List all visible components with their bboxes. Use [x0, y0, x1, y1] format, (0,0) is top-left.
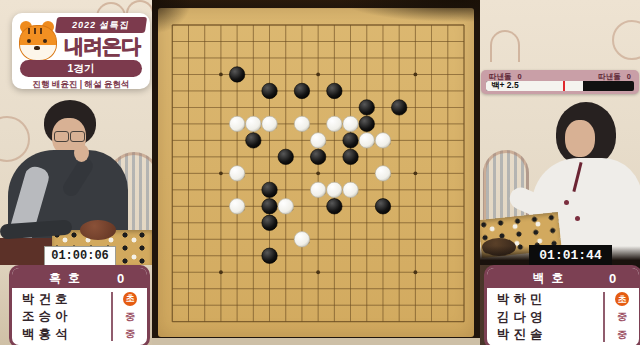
white-captures-value: 0 — [627, 72, 631, 81]
white-player-name: 박진솔 — [497, 328, 601, 341]
white-player-name: 박하민 — [497, 293, 601, 306]
black-player-name: 박건호 — [22, 293, 109, 306]
rank-badge: 초 — [615, 292, 629, 306]
white-captures-label: 따낸돌 — [598, 72, 621, 81]
wall-ring-motif — [0, 116, 30, 162]
white-team-header: 백호 0 — [487, 268, 639, 288]
white-team-panel: 백호 0 박하민 김다영 박진솔 초 중 중 — [484, 265, 640, 345]
left-column: 2022 설특집 내려온다 1경기 진행 배윤진 | 해설 윤현석 01:00:… — [0, 0, 152, 345]
rank-badge: 중 — [125, 310, 135, 324]
white-player-name: 김다영 — [497, 311, 601, 324]
black-team-name: 흑호 — [12, 270, 117, 287]
black-captures-value: 0 — [518, 72, 522, 81]
go-board-grid-and-stones — [152, 0, 480, 345]
show-title: 내려온다 — [56, 33, 148, 60]
black-clock: 01:00:06 — [44, 246, 116, 266]
black-player-name: 조승아 — [22, 310, 109, 323]
black-player-name: 백홍석 — [22, 328, 109, 341]
right-camera-feed — [480, 0, 640, 265]
black-team-header: 흑호 0 — [12, 268, 147, 288]
white-player-face — [565, 120, 595, 157]
black-captures-label: 따낸돌 — [489, 72, 512, 81]
estimate-center-marker — [563, 81, 565, 91]
go-bowl — [80, 220, 116, 240]
tiger-mascot-icon — [19, 21, 55, 61]
white-jacket-accent — [564, 200, 569, 205]
glasses-icon — [54, 131, 69, 142]
estimate-white-segment: 백+ 2.5 — [486, 81, 583, 91]
rank-badge: 중 — [125, 327, 135, 341]
white-jacket-accent — [575, 216, 580, 221]
board-camera-feed — [152, 0, 480, 345]
staff-credits: 진행 배윤진 | 해설 윤현석 — [12, 79, 150, 91]
rank-badge: 중 — [617, 328, 627, 342]
white-team-score: 0 — [609, 271, 639, 286]
estimate-label: 백+ 2.5 — [491, 81, 519, 91]
black-player-hand — [74, 144, 89, 162]
wall-arc-motif — [490, 30, 520, 62]
right-column: 따낸돌0 따낸돌0 백+ 2.5 01:01:44 백호 0 박하민 김다영 박… — [480, 0, 640, 345]
rank-badge: 초 — [123, 292, 137, 306]
black-team-panel: 흑호 0 박건호 조승아 백홍석 초 중 중 — [9, 265, 150, 345]
score-estimate-bar: 백+ 2.5 — [486, 81, 634, 91]
black-team-score: 0 — [117, 271, 147, 286]
glasses-icon — [70, 131, 85, 142]
season-ribbon: 2022 설특집 — [55, 17, 147, 33]
match-number-badge: 1경기 — [20, 60, 142, 77]
capture-and-estimate-scoreboard: 따낸돌0 따낸돌0 백+ 2.5 — [481, 70, 639, 94]
show-logo-card: 2022 설특집 내려온다 1경기 진행 배윤진 | 해설 윤현석 — [12, 13, 150, 89]
white-team-name: 백호 — [487, 270, 609, 287]
wall-ring-motif — [612, 20, 640, 60]
white-clock: 01:01:44 — [529, 245, 612, 265]
rank-badge: 중 — [617, 310, 627, 324]
